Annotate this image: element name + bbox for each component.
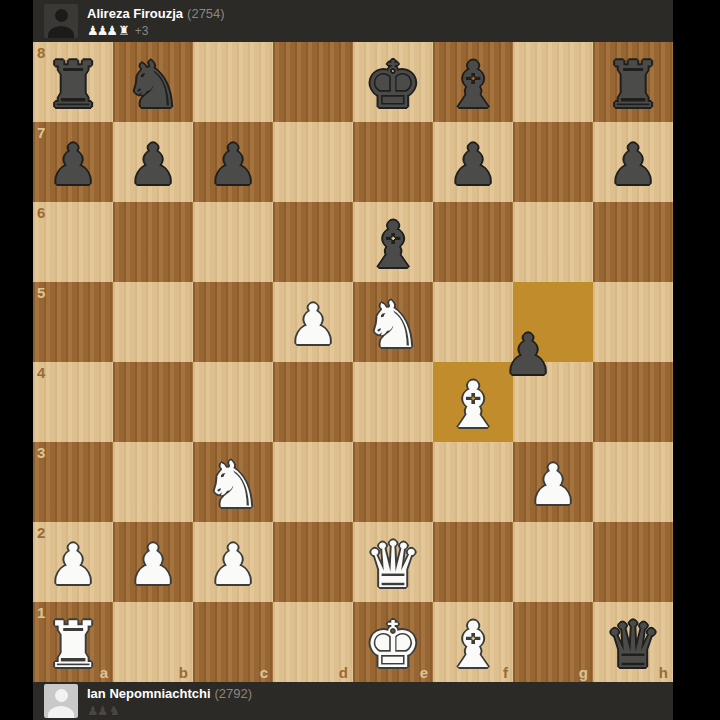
square-f7[interactable]: ♟ [433,122,513,202]
rank-label-5: 5 [37,285,45,300]
square-a2[interactable]: ♟2 [33,522,113,602]
file-label-g: g [579,665,588,680]
square-c6[interactable] [193,202,273,282]
file-label-a: a [100,665,108,680]
black-pawn-c7[interactable]: ♟ [193,122,273,202]
white-pawn-g3[interactable]: ♟ [513,442,593,522]
top-player-bar: Alireza Firouzja(2754) ♟♟♟ ♜ +3 [33,0,673,42]
avatar-head-icon [55,9,68,22]
rank-label-8: 8 [37,45,45,60]
square-f1[interactable]: ♝f [433,602,513,682]
avatar-head-icon [55,689,68,702]
square-b1[interactable]: b [113,602,193,682]
bottom-player-rating: (2792) [215,686,253,701]
square-e3[interactable] [353,442,433,522]
white-bishop-f1[interactable]: ♝ [433,602,513,682]
square-f2[interactable] [433,522,513,602]
rank-label-6: 6 [37,205,45,220]
square-b7[interactable]: ♟ [113,122,193,202]
square-h2[interactable] [593,522,673,602]
rank-label-7: 7 [37,125,45,140]
file-label-d: d [339,665,348,680]
square-h7[interactable]: ♟ [593,122,673,202]
square-f3[interactable] [433,442,513,522]
rank-label-4: 4 [37,365,45,380]
square-a5[interactable]: 5 [33,282,113,362]
square-d5[interactable]: ♟ [273,282,353,362]
file-label-e: e [420,665,428,680]
rank-label-3: 3 [37,445,45,460]
square-c1[interactable]: c [193,602,273,682]
square-f6[interactable] [433,202,513,282]
square-b3[interactable] [113,442,193,522]
square-e8[interactable]: ♚ [353,42,433,122]
square-g6[interactable] [513,202,593,282]
square-a8[interactable]: ♜8 [33,42,113,122]
black-king-e8[interactable]: ♚ [353,42,433,122]
square-b5[interactable] [113,282,193,362]
square-c4[interactable] [193,362,273,442]
black-pawn-h7[interactable]: ♟ [593,122,673,202]
square-d2[interactable] [273,522,353,602]
square-h6[interactable] [593,202,673,282]
white-knight-e5[interactable]: ♞ [353,282,433,362]
black-bishop-f8[interactable]: ♝ [433,42,513,122]
black-rook-h8[interactable]: ♜ [593,42,673,122]
square-e2[interactable]: ♛ [353,522,433,602]
file-label-f: f [503,665,508,680]
square-a7[interactable]: ♟7 [33,122,113,202]
black-pawn-b7[interactable]: ♟ [113,122,193,202]
square-b6[interactable] [113,202,193,282]
white-pawn-c2[interactable]: ♟ [193,522,273,602]
square-d6[interactable] [273,202,353,282]
white-pawn-b2[interactable]: ♟ [113,522,193,602]
square-d3[interactable] [273,442,353,522]
square-a3[interactable]: 3 [33,442,113,522]
rank-label-1: 1 [37,605,45,620]
square-d4[interactable] [273,362,353,442]
square-g3[interactable]: ♟ [513,442,593,522]
top-player-rating: (2754) [187,6,225,21]
square-b4[interactable] [113,362,193,442]
square-e1[interactable]: ♚e [353,602,433,682]
white-queen-e2[interactable]: ♛ [353,522,433,602]
square-b2[interactable]: ♟ [113,522,193,602]
top-player-name: Alireza Firouzja [87,6,183,21]
top-player-material-advantage: +3 [135,24,149,39]
black-knight-b8[interactable]: ♞ [113,42,193,122]
square-e7[interactable] [353,122,433,202]
square-d1[interactable]: d [273,602,353,682]
square-c3[interactable]: ♞ [193,442,273,522]
top-player-captured-pieces: ♟♟♟ ♜ [87,23,128,39]
square-g4[interactable] [513,362,593,442]
bottom-player-avatar[interactable] [44,684,78,718]
white-pawn-d5[interactable]: ♟ [273,282,353,362]
square-h5[interactable] [593,282,673,362]
square-f4[interactable]: ♝ [433,362,513,442]
square-f8[interactable]: ♝ [433,42,513,122]
top-player-avatar[interactable] [44,4,78,38]
bottom-player-name: Ian Nepomniachtchi [87,686,211,701]
square-e6[interactable]: ♝ [353,202,433,282]
rank-label-2: 2 [37,525,45,540]
square-g8[interactable] [513,42,593,122]
file-label-c: c [260,665,268,680]
square-g2[interactable] [513,522,593,602]
square-a4[interactable]: 4 [33,362,113,442]
square-e4[interactable] [353,362,433,442]
square-d8[interactable] [273,42,353,122]
square-b8[interactable]: ♞ [113,42,193,122]
square-h8[interactable]: ♜ [593,42,673,122]
avatar-torso-icon [48,26,74,38]
square-h4[interactable] [593,362,673,442]
file-label-b: b [179,665,188,680]
chess-board[interactable]: ♜8♞♚♝♜♟7♟♟♟♟6♝5♟♞4♝3♞♟♟2♟♟♛♜1abcd♚e♝fg♛h… [33,42,673,682]
square-f5[interactable] [433,282,513,362]
white-knight-c3[interactable]: ♞ [193,442,273,522]
square-g7[interactable] [513,122,593,202]
square-c5[interactable] [193,282,273,362]
bottom-player-captured-pieces: ♟♟ ♞ [87,703,118,719]
avatar-torso-icon [48,706,74,718]
white-bishop-f4[interactable]: ♝ [433,362,513,442]
square-a6[interactable]: 6 [33,202,113,282]
square-c8[interactable] [193,42,273,122]
square-e5[interactable]: ♞ [353,282,433,362]
black-bishop-e6[interactable]: ♝ [353,202,433,282]
square-g5[interactable] [513,282,593,362]
bottom-player-bar: Ian Nepomniachtchi(2792) ♟♟ ♞ [33,682,673,720]
square-c7[interactable]: ♟ [193,122,273,202]
square-d7[interactable] [273,122,353,202]
square-g1[interactable]: g [513,602,593,682]
square-c2[interactable]: ♟ [193,522,273,602]
square-a1[interactable]: ♜1a [33,602,113,682]
square-h1[interactable]: ♛h [593,602,673,682]
square-h3[interactable] [593,442,673,522]
black-pawn-f7[interactable]: ♟ [433,122,513,202]
file-label-h: h [659,665,668,680]
